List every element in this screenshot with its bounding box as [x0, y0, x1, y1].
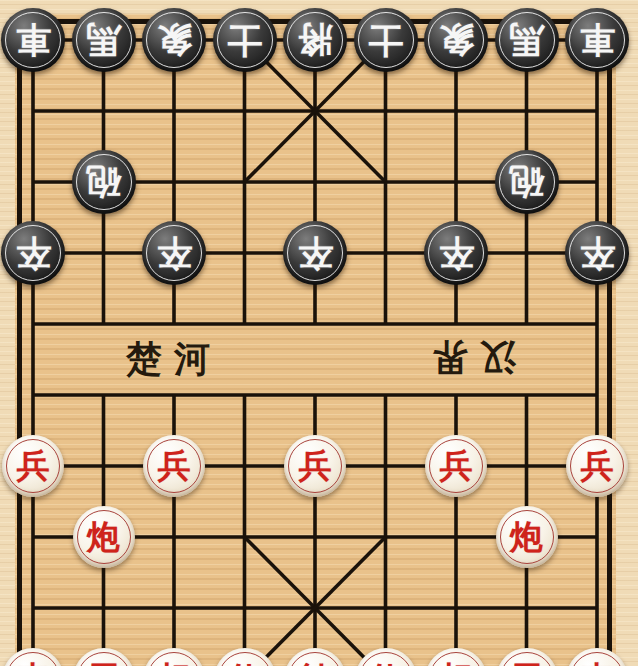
- piece-glyph: 兵: [299, 435, 332, 497]
- intersection-f8-r9[interactable]: [491, 573, 562, 644]
- intersection-f2-r8[interactable]: 炮: [68, 502, 139, 573]
- intersection-f4-r10[interactable]: 仕: [209, 644, 280, 666]
- piece-red-cannon[interactable]: 炮: [73, 506, 135, 568]
- intersection-f1-r5[interactable]: [0, 289, 68, 360]
- piece-black-elephant[interactable]: 象: [142, 8, 206, 72]
- piece-glyph: 馬: [87, 648, 120, 666]
- intersection-f3-r1[interactable]: 象: [139, 5, 210, 76]
- piece-glyph: 兵: [581, 435, 614, 497]
- piece-red-elephant[interactable]: 相: [143, 648, 205, 666]
- intersection-f6-r10[interactable]: 仕: [350, 644, 421, 666]
- intersection-f7-r4[interactable]: 卒: [421, 218, 492, 289]
- intersection-f1-r7[interactable]: 兵: [0, 431, 68, 502]
- intersection-f3-r9[interactable]: [139, 573, 210, 644]
- intersection-f5-r8[interactable]: [280, 502, 351, 573]
- intersection-f4-r4[interactable]: [209, 218, 280, 289]
- intersection-f6-r8[interactable]: [350, 502, 421, 573]
- intersection-f6-r7[interactable]: [350, 431, 421, 502]
- intersection-f3-r10[interactable]: 相: [139, 644, 210, 666]
- piece-black-soldier[interactable]: 卒: [565, 221, 629, 285]
- piece-glyph: 相: [158, 648, 191, 666]
- piece-glyph: 車: [16, 8, 51, 72]
- piece-glyph: 馬: [509, 8, 544, 72]
- intersection-f5-r9[interactable]: [280, 573, 351, 644]
- piece-glyph: 兵: [17, 435, 50, 497]
- piece-glyph: 仕: [369, 648, 402, 666]
- intersection-f6-r1[interactable]: 士: [350, 5, 421, 76]
- intersection-f5-r2[interactable]: [280, 76, 351, 147]
- piece-glyph: 馬: [86, 8, 121, 72]
- piece-glyph: 仕: [228, 648, 261, 666]
- intersection-f4-r8[interactable]: [209, 502, 280, 573]
- intersection-f7-r2[interactable]: [421, 76, 492, 147]
- piece-black-soldier[interactable]: 卒: [424, 221, 488, 285]
- piece-red-cannon[interactable]: 炮: [496, 506, 558, 568]
- intersection-f5-r1[interactable]: 將: [280, 5, 351, 76]
- intersection-f2-r3[interactable]: 砲: [68, 147, 139, 218]
- piece-red-soldier[interactable]: 兵: [143, 435, 205, 497]
- piece-glyph: 卒: [439, 221, 474, 285]
- intersection-f8-r3[interactable]: 砲: [491, 147, 562, 218]
- intersection-f2-r6[interactable]: [68, 360, 139, 431]
- piece-glyph: 兵: [158, 435, 191, 497]
- intersection-f7-r1[interactable]: 象: [421, 5, 492, 76]
- piece-glyph: 卒: [580, 221, 615, 285]
- intersection-f6-r4[interactable]: [350, 218, 421, 289]
- intersection-f7-r3[interactable]: [421, 147, 492, 218]
- intersection-f9-r1[interactable]: 車: [562, 5, 633, 76]
- intersection-f3-r4[interactable]: 卒: [139, 218, 210, 289]
- piece-glyph: 卒: [16, 221, 51, 285]
- intersection-f1-r9[interactable]: [0, 573, 68, 644]
- intersection-f5-r7[interactable]: 兵: [280, 431, 351, 502]
- piece-red-chariot[interactable]: 車: [566, 648, 628, 666]
- piece-red-soldier[interactable]: 兵: [566, 435, 628, 497]
- intersection-f8-r8[interactable]: 炮: [491, 502, 562, 573]
- intersection-f6-r2[interactable]: [350, 76, 421, 147]
- intersection-f2-r7[interactable]: [68, 431, 139, 502]
- piece-glyph: 象: [157, 8, 192, 72]
- xiangqi-board: 楚河 汉界 車馬象士將士象馬車砲砲卒卒卒卒卒兵兵兵兵兵炮炮車馬相仕帥仕相馬車: [0, 0, 638, 666]
- intersection-f9-r3[interactable]: [562, 147, 633, 218]
- piece-red-horse[interactable]: 馬: [73, 648, 135, 666]
- piece-black-elephant[interactable]: 象: [424, 8, 488, 72]
- piece-black-cannon[interactable]: 砲: [495, 150, 559, 214]
- piece-red-advisor[interactable]: 仕: [355, 648, 417, 666]
- intersection-f1-r8[interactable]: [0, 502, 68, 573]
- intersection-f7-r10[interactable]: 相: [421, 644, 492, 666]
- piece-glyph: 兵: [440, 435, 473, 497]
- intersection-f2-r1[interactable]: 馬: [68, 5, 139, 76]
- intersection-f6-r5[interactable]: [350, 289, 421, 360]
- intersection-f3-r7[interactable]: 兵: [139, 431, 210, 502]
- piece-black-soldier[interactable]: 卒: [1, 221, 65, 285]
- piece-red-soldier[interactable]: 兵: [425, 435, 487, 497]
- intersection-f8-r4[interactable]: [491, 218, 562, 289]
- intersection-f5-r10[interactable]: 帥: [280, 644, 351, 666]
- intersection-f7-r9[interactable]: [421, 573, 492, 644]
- intersection-f5-r4[interactable]: 卒: [280, 218, 351, 289]
- piece-black-chariot[interactable]: 車: [565, 8, 629, 72]
- intersection-f4-r6[interactable]: [209, 360, 280, 431]
- piece-glyph: 車: [581, 648, 614, 666]
- intersection-f1-r3[interactable]: [0, 147, 68, 218]
- intersection-f2-r10[interactable]: 馬: [68, 644, 139, 666]
- intersection-f4-r9[interactable]: [209, 573, 280, 644]
- intersection-f2-r9[interactable]: [68, 573, 139, 644]
- piece-red-horse[interactable]: 馬: [496, 648, 558, 666]
- piece-black-soldier[interactable]: 卒: [142, 221, 206, 285]
- piece-black-general[interactable]: 將: [283, 8, 347, 72]
- intersection-f8-r7[interactable]: [491, 431, 562, 502]
- intersection-f6-r9[interactable]: [350, 573, 421, 644]
- intersection-f7-r7[interactable]: 兵: [421, 431, 492, 502]
- intersection-f9-r7[interactable]: 兵: [562, 431, 633, 502]
- piece-glyph: 炮: [87, 506, 120, 568]
- intersection-f3-r5[interactable]: [139, 289, 210, 360]
- intersection-f1-r2[interactable]: [0, 76, 68, 147]
- intersection-f7-r8[interactable]: [421, 502, 492, 573]
- intersection-f1-r10[interactable]: 車: [0, 644, 68, 666]
- intersection-f5-r5[interactable]: [280, 289, 351, 360]
- intersection-f7-r6[interactable]: [421, 360, 492, 431]
- intersection-f9-r9[interactable]: [562, 573, 633, 644]
- piece-red-chariot[interactable]: 車: [2, 648, 64, 666]
- intersection-f3-r8[interactable]: [139, 502, 210, 573]
- intersection-f1-r1[interactable]: 車: [0, 5, 68, 76]
- intersection-f9-r10[interactable]: 車: [562, 644, 633, 666]
- intersection-f9-r6[interactable]: [562, 360, 633, 431]
- piece-glyph: 士: [227, 8, 262, 72]
- piece-red-elephant[interactable]: 相: [425, 648, 487, 666]
- intersection-f2-r4[interactable]: [68, 218, 139, 289]
- piece-glyph: 炮: [510, 506, 543, 568]
- piece-glyph: 車: [17, 648, 50, 666]
- piece-red-advisor[interactable]: 仕: [214, 648, 276, 666]
- intersection-f4-r1[interactable]: 士: [209, 5, 280, 76]
- intersection-f9-r5[interactable]: [562, 289, 633, 360]
- intersection-f8-r6[interactable]: [491, 360, 562, 431]
- intersection-f9-r4[interactable]: 卒: [562, 218, 633, 289]
- intersection-f4-r5[interactable]: [209, 289, 280, 360]
- intersection-f3-r6[interactable]: [139, 360, 210, 431]
- piece-black-advisor[interactable]: 士: [213, 8, 277, 72]
- piece-black-horse[interactable]: 馬: [495, 8, 559, 72]
- intersection-f2-r5[interactable]: [68, 289, 139, 360]
- piece-black-horse[interactable]: 馬: [72, 8, 136, 72]
- intersection-f7-r5[interactable]: [421, 289, 492, 360]
- piece-glyph: 帥: [299, 648, 332, 666]
- piece-glyph: 卒: [157, 221, 192, 285]
- intersection-f4-r7[interactable]: [209, 431, 280, 502]
- intersection-f6-r3[interactable]: [350, 147, 421, 218]
- intersection-f8-r5[interactable]: [491, 289, 562, 360]
- board-intersections: 車馬象士將士象馬車砲砲卒卒卒卒卒兵兵兵兵兵炮炮車馬相仕帥仕相馬車: [0, 5, 632, 666]
- intersection-f1-r6[interactable]: [0, 360, 68, 431]
- intersection-f4-r3[interactable]: [209, 147, 280, 218]
- piece-red-soldier[interactable]: 兵: [2, 435, 64, 497]
- piece-glyph: 馬: [510, 648, 543, 666]
- piece-black-chariot[interactable]: 車: [1, 8, 65, 72]
- intersection-f2-r2[interactable]: [68, 76, 139, 147]
- piece-glyph: 車: [580, 8, 615, 72]
- piece-red-soldier[interactable]: 兵: [284, 435, 346, 497]
- piece-glyph: 士: [368, 8, 403, 72]
- piece-glyph: 卒: [298, 221, 333, 285]
- intersection-f1-r4[interactable]: 卒: [0, 218, 68, 289]
- intersection-f3-r3[interactable]: [139, 147, 210, 218]
- piece-glyph: 砲: [509, 150, 544, 214]
- intersection-f8-r10[interactable]: 馬: [491, 644, 562, 666]
- piece-glyph: 象: [439, 8, 474, 72]
- intersection-f4-r2[interactable]: [209, 76, 280, 147]
- piece-red-general[interactable]: 帥: [284, 648, 346, 666]
- intersection-f5-r6[interactable]: [280, 360, 351, 431]
- piece-black-soldier[interactable]: 卒: [283, 221, 347, 285]
- piece-glyph: 砲: [86, 150, 121, 214]
- intersection-f8-r2[interactable]: [491, 76, 562, 147]
- intersection-f6-r6[interactable]: [350, 360, 421, 431]
- intersection-f9-r8[interactable]: [562, 502, 633, 573]
- intersection-f9-r2[interactable]: [562, 76, 633, 147]
- piece-glyph: 相: [440, 648, 473, 666]
- piece-glyph: 將: [298, 8, 333, 72]
- intersection-f3-r2[interactable]: [139, 76, 210, 147]
- intersection-f5-r3[interactable]: [280, 147, 351, 218]
- piece-black-advisor[interactable]: 士: [354, 8, 418, 72]
- intersection-f8-r1[interactable]: 馬: [491, 5, 562, 76]
- piece-black-cannon[interactable]: 砲: [72, 150, 136, 214]
